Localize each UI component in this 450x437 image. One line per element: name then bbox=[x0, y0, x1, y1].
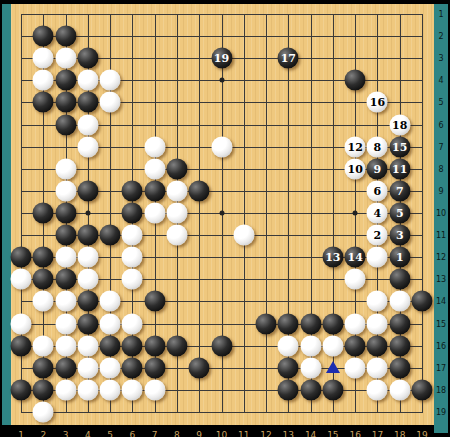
black-stone: 13 bbox=[322, 247, 343, 268]
white-stone bbox=[100, 70, 121, 91]
white-stone bbox=[345, 269, 366, 290]
black-stone bbox=[55, 225, 76, 246]
black-stone: 9 bbox=[367, 158, 388, 179]
move-number-label: 2 bbox=[367, 225, 388, 246]
column-coordinate-label-clipped: 12 bbox=[260, 430, 271, 437]
grid-line-v bbox=[199, 14, 200, 413]
white-stone bbox=[166, 225, 187, 246]
white-stone bbox=[11, 269, 32, 290]
black-stone bbox=[33, 379, 54, 400]
column-coordinate-label-clipped: 18 bbox=[394, 430, 405, 437]
white-stone bbox=[11, 313, 32, 334]
black-stone bbox=[389, 357, 410, 378]
star-point bbox=[85, 211, 90, 216]
black-stone bbox=[367, 335, 388, 356]
row-coordinate-label: 10 bbox=[436, 209, 446, 218]
white-stone bbox=[345, 357, 366, 378]
go-game-window: 19171618128151091167452313141 1234567891… bbox=[0, 0, 450, 437]
white-stone bbox=[233, 225, 254, 246]
black-stone: 17 bbox=[278, 48, 299, 69]
row-coordinate-label: 13 bbox=[436, 275, 446, 284]
black-stone bbox=[322, 379, 343, 400]
column-coordinate-label-clipped: 5 bbox=[107, 430, 113, 437]
black-stone bbox=[389, 335, 410, 356]
black-stone bbox=[55, 70, 76, 91]
white-stone bbox=[55, 379, 76, 400]
black-stone bbox=[33, 357, 54, 378]
black-stone bbox=[11, 379, 32, 400]
white-stone: 12 bbox=[345, 136, 366, 157]
white-stone bbox=[345, 313, 366, 334]
move-number-label: 18 bbox=[389, 114, 410, 135]
white-stone bbox=[55, 291, 76, 312]
black-stone bbox=[322, 313, 343, 334]
column-coordinate-label-clipped: 3 bbox=[63, 430, 69, 437]
white-stone bbox=[100, 357, 121, 378]
black-stone bbox=[144, 357, 165, 378]
white-stone: 16 bbox=[367, 92, 388, 113]
move-number-label: 13 bbox=[322, 247, 343, 268]
row-coordinate-label: 8 bbox=[438, 164, 443, 173]
row-coordinate-label: 1 bbox=[438, 10, 443, 19]
row-coordinate-label: 9 bbox=[438, 186, 443, 195]
move-number-label: 1 bbox=[389, 247, 410, 268]
black-stone bbox=[77, 225, 98, 246]
white-stone bbox=[33, 335, 54, 356]
star-point bbox=[219, 211, 224, 216]
white-stone bbox=[55, 180, 76, 201]
row-coordinate-label: 17 bbox=[436, 363, 446, 372]
white-stone bbox=[144, 379, 165, 400]
white-stone bbox=[367, 247, 388, 268]
black-stone: 7 bbox=[389, 180, 410, 201]
white-stone bbox=[77, 70, 98, 91]
row-coordinate-label: 16 bbox=[436, 341, 446, 350]
black-stone: 3 bbox=[389, 225, 410, 246]
black-stone bbox=[144, 335, 165, 356]
row-coordinate-label: 14 bbox=[436, 297, 446, 306]
black-stone bbox=[77, 313, 98, 334]
black-stone bbox=[122, 180, 143, 201]
move-number-label: 19 bbox=[211, 48, 232, 69]
row-coordinate-label: 19 bbox=[436, 408, 446, 417]
white-stone bbox=[33, 402, 54, 423]
column-coordinate-label-clipped: 14 bbox=[305, 430, 316, 437]
white-stone: 2 bbox=[367, 225, 388, 246]
white-stone: 8 bbox=[367, 136, 388, 157]
black-stone bbox=[189, 180, 210, 201]
white-stone: 4 bbox=[367, 203, 388, 224]
column-coordinate-label-clipped: 7 bbox=[152, 430, 158, 437]
black-stone bbox=[77, 48, 98, 69]
white-stone bbox=[322, 335, 343, 356]
black-stone bbox=[11, 247, 32, 268]
white-stone bbox=[77, 114, 98, 135]
black-stone bbox=[55, 357, 76, 378]
row-coordinate-label: 4 bbox=[438, 76, 443, 85]
black-stone bbox=[256, 313, 277, 334]
black-stone bbox=[77, 291, 98, 312]
row-coordinate-label: 11 bbox=[436, 231, 446, 240]
white-stone bbox=[367, 291, 388, 312]
black-stone bbox=[345, 70, 366, 91]
grid-line-v bbox=[422, 14, 423, 413]
black-stone: 11 bbox=[389, 158, 410, 179]
column-coordinate-label-clipped: 6 bbox=[130, 430, 136, 437]
column-coordinate-label-clipped: 11 bbox=[238, 430, 249, 437]
column-coordinate-label-clipped: 16 bbox=[349, 430, 360, 437]
white-stone bbox=[100, 379, 121, 400]
white-stone bbox=[77, 269, 98, 290]
white-stone bbox=[166, 203, 187, 224]
black-stone bbox=[144, 180, 165, 201]
black-stone bbox=[345, 335, 366, 356]
white-stone bbox=[389, 379, 410, 400]
row-coordinate-label: 6 bbox=[438, 120, 443, 129]
column-coordinate-label-clipped: 15 bbox=[327, 430, 338, 437]
white-stone bbox=[367, 357, 388, 378]
black-stone bbox=[33, 247, 54, 268]
move-number-label: 7 bbox=[389, 180, 410, 201]
row-coordinate-label: 3 bbox=[438, 54, 443, 63]
column-coordinate-label-clipped: 13 bbox=[283, 430, 294, 437]
black-stone: 1 bbox=[389, 247, 410, 268]
black-stone bbox=[300, 313, 321, 334]
black-stone bbox=[77, 92, 98, 113]
white-stone bbox=[33, 48, 54, 69]
black-stone bbox=[412, 291, 433, 312]
black-stone bbox=[122, 335, 143, 356]
move-number-label: 9 bbox=[367, 158, 388, 179]
white-stone bbox=[122, 313, 143, 334]
black-stone bbox=[166, 335, 187, 356]
move-number-label: 3 bbox=[389, 225, 410, 246]
white-stone bbox=[122, 247, 143, 268]
black-stone bbox=[55, 269, 76, 290]
white-stone bbox=[55, 48, 76, 69]
star-point bbox=[353, 211, 358, 216]
white-stone bbox=[55, 335, 76, 356]
white-stone bbox=[77, 247, 98, 268]
black-stone bbox=[144, 291, 165, 312]
white-stone bbox=[77, 136, 98, 157]
column-coordinate-label-clipped: 4 bbox=[85, 430, 91, 437]
white-stone bbox=[100, 291, 121, 312]
white-stone bbox=[278, 335, 299, 356]
move-number-label: 14 bbox=[345, 247, 366, 268]
row-coordinate-label: 2 bbox=[438, 32, 443, 41]
white-stone bbox=[33, 291, 54, 312]
black-stone bbox=[189, 357, 210, 378]
black-stone bbox=[100, 335, 121, 356]
white-stone bbox=[389, 291, 410, 312]
row-coordinate-label: 7 bbox=[438, 142, 443, 151]
row-coordinate-label: 18 bbox=[436, 385, 446, 394]
white-stone bbox=[33, 70, 54, 91]
move-number-label: 15 bbox=[389, 136, 410, 157]
white-stone bbox=[144, 136, 165, 157]
white-stone bbox=[211, 136, 232, 157]
left-border-strip bbox=[2, 4, 11, 425]
black-stone bbox=[77, 180, 98, 201]
white-stone bbox=[300, 357, 321, 378]
white-stone bbox=[100, 313, 121, 334]
black-stone bbox=[122, 357, 143, 378]
go-board[interactable]: 19171618128151091167452313141 bbox=[11, 4, 434, 425]
row-coordinate-label: 15 bbox=[436, 319, 446, 328]
white-stone: 6 bbox=[367, 180, 388, 201]
move-number-label: 12 bbox=[345, 136, 366, 157]
move-number-label: 10 bbox=[345, 158, 366, 179]
white-stone bbox=[144, 158, 165, 179]
black-stone bbox=[33, 203, 54, 224]
star-point bbox=[219, 78, 224, 83]
white-stone bbox=[77, 335, 98, 356]
white-stone bbox=[55, 158, 76, 179]
black-stone bbox=[11, 335, 32, 356]
column-coordinate-label-clipped: 1 bbox=[18, 430, 24, 437]
white-stone bbox=[100, 92, 121, 113]
black-stone bbox=[389, 313, 410, 334]
white-stone bbox=[77, 379, 98, 400]
right-coordinate-strip: 12345678910111213141516171819 bbox=[434, 4, 448, 433]
move-number-label: 17 bbox=[278, 48, 299, 69]
black-stone bbox=[122, 203, 143, 224]
black-stone: 14 bbox=[345, 247, 366, 268]
black-stone: 5 bbox=[389, 203, 410, 224]
white-stone bbox=[55, 313, 76, 334]
move-number-label: 5 bbox=[389, 203, 410, 224]
column-coordinate-label-clipped: 9 bbox=[196, 430, 202, 437]
column-coordinate-label-clipped: 8 bbox=[174, 430, 180, 437]
white-stone bbox=[144, 203, 165, 224]
white-stone bbox=[55, 247, 76, 268]
white-stone: 18 bbox=[389, 114, 410, 135]
black-stone bbox=[55, 114, 76, 135]
black-stone bbox=[389, 269, 410, 290]
move-number-label: 6 bbox=[367, 180, 388, 201]
black-stone bbox=[33, 92, 54, 113]
black-stone bbox=[55, 203, 76, 224]
black-stone bbox=[278, 357, 299, 378]
column-coordinate-label-clipped: 17 bbox=[372, 430, 383, 437]
move-number-label: 4 bbox=[367, 203, 388, 224]
black-stone bbox=[278, 313, 299, 334]
move-number-label: 16 bbox=[367, 92, 388, 113]
black-stone bbox=[55, 26, 76, 47]
black-stone: 15 bbox=[389, 136, 410, 157]
black-stone bbox=[211, 335, 232, 356]
white-stone bbox=[122, 225, 143, 246]
black-stone: 19 bbox=[211, 48, 232, 69]
black-stone bbox=[412, 379, 433, 400]
white-stone bbox=[122, 269, 143, 290]
white-stone bbox=[367, 379, 388, 400]
grid-line-v bbox=[266, 14, 267, 413]
black-stone bbox=[300, 379, 321, 400]
black-stone bbox=[33, 26, 54, 47]
black-stone bbox=[55, 92, 76, 113]
black-stone bbox=[166, 158, 187, 179]
black-stone bbox=[33, 269, 54, 290]
black-stone bbox=[278, 379, 299, 400]
row-coordinate-label: 5 bbox=[438, 98, 443, 107]
move-number-label: 11 bbox=[389, 158, 410, 179]
white-stone: 10 bbox=[345, 158, 366, 179]
white-stone bbox=[122, 379, 143, 400]
triangle-mark bbox=[326, 361, 340, 373]
move-number-label: 8 bbox=[367, 136, 388, 157]
row-coordinate-label: 12 bbox=[436, 253, 446, 262]
column-coordinate-label-clipped: 10 bbox=[216, 430, 227, 437]
column-coordinate-label-clipped: 2 bbox=[40, 430, 46, 437]
grid-line-v bbox=[244, 14, 245, 413]
white-stone bbox=[367, 313, 388, 334]
white-stone bbox=[166, 180, 187, 201]
black-stone bbox=[100, 225, 121, 246]
white-stone bbox=[300, 335, 321, 356]
column-coordinate-label-clipped: 19 bbox=[416, 430, 427, 437]
white-stone bbox=[77, 357, 98, 378]
